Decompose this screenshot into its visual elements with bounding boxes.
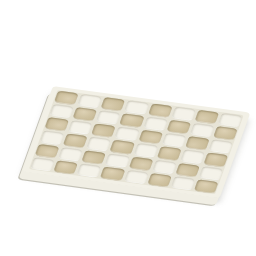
board-square-r2c5-light xyxy=(143,117,168,131)
board-square-r6c2-dark xyxy=(53,160,78,174)
board-square-r3c1-dark xyxy=(44,117,69,131)
board-square-r6c5-light xyxy=(124,170,149,184)
board-square-r6c6-dark xyxy=(147,173,172,187)
board-square-r5c3-dark xyxy=(82,150,107,164)
board-square-r2c3-light xyxy=(96,110,121,124)
board-square-r4c1-light xyxy=(40,131,65,145)
board-square-r2c4-dark xyxy=(119,113,144,127)
product-photo-background xyxy=(0,0,256,256)
board-square-r3c2-light xyxy=(68,120,93,134)
board-square-r3c4-light xyxy=(115,127,140,141)
board-square-r2c7-light xyxy=(190,123,215,137)
board-square-r6c3-light xyxy=(77,163,102,177)
board-square-r6c1-light xyxy=(30,157,55,171)
board-square-r1c4-light xyxy=(124,100,149,114)
board-square-r5c8-light xyxy=(199,166,224,180)
board-square-r2c2-dark xyxy=(73,107,98,121)
board-square-r1c8-light xyxy=(218,113,243,127)
board-square-r5c2-light xyxy=(58,147,83,161)
board-square-r1c2-light xyxy=(77,94,102,108)
board-square-r2c6-dark xyxy=(166,120,191,134)
board-square-r2c1-light xyxy=(49,104,74,118)
board-square-r4c5-light xyxy=(133,143,158,157)
board-square-r4c8-dark xyxy=(203,153,228,167)
board-square-r3c5-dark xyxy=(138,130,163,144)
board-square-r3c8-light xyxy=(208,139,233,153)
board-square-r3c3-dark xyxy=(91,124,116,138)
board-square-r2c8-dark xyxy=(213,126,238,140)
board-square-r6c8-dark xyxy=(194,179,219,193)
board-square-r5c4-light xyxy=(105,153,130,167)
board-square-r1c3-dark xyxy=(101,97,126,111)
board-square-r1c5-dark xyxy=(148,103,173,117)
board-square-r4c3-light xyxy=(86,137,111,151)
board-square-r3c7-dark xyxy=(185,136,210,150)
board-square-r5c1-dark xyxy=(35,144,60,158)
board-square-r4c6-dark xyxy=(157,146,182,160)
board-square-r5c5-dark xyxy=(128,156,153,170)
board-square-r6c4-dark xyxy=(100,167,125,181)
board-square-r4c2-dark xyxy=(63,134,88,148)
board-square-r1c1-dark xyxy=(54,91,79,105)
board-square-r5c7-dark xyxy=(175,163,200,177)
board-square-r1c6-light xyxy=(171,107,196,121)
board-square-r5c6-light xyxy=(152,160,177,174)
board-square-r6c7-light xyxy=(170,176,195,190)
board-square-r3c6-light xyxy=(161,133,186,147)
board-square-r4c4-dark xyxy=(110,140,135,154)
board-square-r1c7-dark xyxy=(194,110,219,124)
board-square-r4c7-light xyxy=(180,150,205,164)
